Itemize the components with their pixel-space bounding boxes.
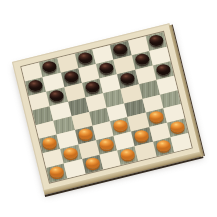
dark-checker-glyph: ⛀ <box>156 64 170 75</box>
checkers-board: ⛀⛀⛀⛀⛀⛀⛀⛀⛀⛀⛀⛀⛂⛂⛂⛂⛂⛂⛂⛂⛂⛂⛂⛂ <box>12 23 201 191</box>
dark-checker-glyph: ⛀ <box>29 80 43 91</box>
dark-checker-glyph: ⛀ <box>64 71 78 82</box>
piece-light-e1[interactable]: ⛂ <box>121 149 135 160</box>
dark-checker-glyph: ⛀ <box>100 62 114 73</box>
piece-dark-h6[interactable]: ⛀ <box>156 64 170 75</box>
light-checker-glyph: ⛂ <box>100 139 114 150</box>
dark-checker-glyph: ⛀ <box>114 44 128 55</box>
piece-dark-d6[interactable]: ⛀ <box>85 81 99 92</box>
photo-background: ⛀⛀⛀⛀⛀⛀⛀⛀⛀⛀⛀⛀⛂⛂⛂⛂⛂⛂⛂⛂⛂⛂⛂⛂ <box>0 0 217 217</box>
piece-light-g3[interactable]: ⛂ <box>149 112 163 123</box>
dark-checker-glyph: ⛀ <box>50 90 64 101</box>
light-checker-glyph: ⛂ <box>85 158 99 169</box>
light-checker-glyph: ⛂ <box>50 167 64 178</box>
light-checker-glyph: ⛂ <box>121 149 135 160</box>
piece-dark-h8[interactable]: ⛀ <box>149 35 163 46</box>
dark-checker-glyph: ⛀ <box>85 81 99 92</box>
piece-dark-f6[interactable]: ⛀ <box>121 73 135 84</box>
light-checker-glyph: ⛂ <box>156 140 170 151</box>
dark-checker-glyph: ⛀ <box>121 73 135 84</box>
piece-dark-b6[interactable]: ⛀ <box>50 90 64 101</box>
piece-dark-a7[interactable]: ⛀ <box>29 80 43 91</box>
piece-light-d2[interactable]: ⛂ <box>100 139 114 150</box>
dark-checker-glyph: ⛀ <box>78 52 92 63</box>
light-checker-glyph: ⛂ <box>114 120 128 131</box>
piece-dark-f8[interactable]: ⛀ <box>114 44 128 55</box>
light-checker-glyph: ⛂ <box>43 138 57 149</box>
dark-checker-glyph: ⛀ <box>149 35 163 46</box>
dark-checker-glyph: ⛀ <box>43 61 57 72</box>
piece-dark-g7[interactable]: ⛀ <box>135 54 149 65</box>
piece-light-a3[interactable]: ⛂ <box>43 138 57 149</box>
dark-checker-glyph: ⛀ <box>135 54 149 65</box>
piece-light-f2[interactable]: ⛂ <box>135 130 149 141</box>
light-checker-glyph: ⛂ <box>78 129 92 140</box>
piece-light-b2[interactable]: ⛂ <box>64 148 78 159</box>
piece-light-h2[interactable]: ⛂ <box>170 122 184 133</box>
light-checker-glyph: ⛂ <box>64 148 78 159</box>
piece-dark-e7[interactable]: ⛀ <box>100 62 114 73</box>
piece-dark-c7[interactable]: ⛀ <box>64 71 78 82</box>
piece-light-g1[interactable]: ⛂ <box>156 140 170 151</box>
light-checker-glyph: ⛂ <box>149 112 163 123</box>
piece-dark-d8[interactable]: ⛀ <box>78 52 92 63</box>
light-checker-glyph: ⛂ <box>135 130 149 141</box>
piece-light-a1[interactable]: ⛂ <box>50 167 64 178</box>
square-h1[interactable] <box>170 133 191 152</box>
piece-light-e3[interactable]: ⛂ <box>114 120 128 131</box>
piece-light-c1[interactable]: ⛂ <box>85 158 99 169</box>
piece-dark-b8[interactable]: ⛀ <box>43 61 57 72</box>
light-checker-glyph: ⛂ <box>170 122 184 133</box>
piece-light-c3[interactable]: ⛂ <box>78 129 92 140</box>
